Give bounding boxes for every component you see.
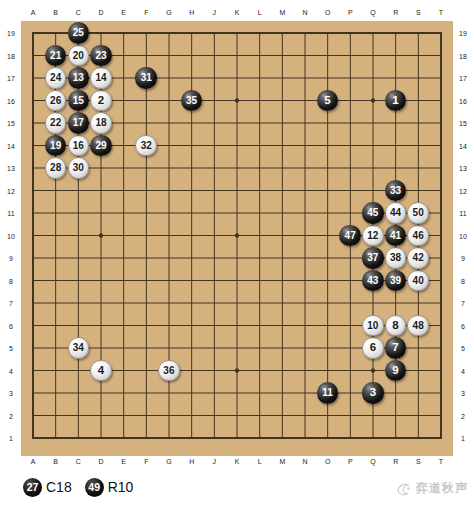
stone-white-26-B16: 26 (45, 90, 67, 112)
stone-number: 7 (392, 342, 398, 354)
stone-number: 3 (370, 387, 376, 399)
coord-label: A (31, 458, 36, 465)
coord-label: 10 (459, 232, 467, 239)
stone-number: 13 (73, 73, 84, 83)
stone-black-35-H16: 35 (181, 90, 203, 112)
yidao-logo-icon (396, 481, 413, 496)
stone-white-36-G4: 36 (158, 360, 180, 382)
stone-number: 26 (50, 96, 61, 106)
watermark-text: 弈道秋声 (416, 480, 468, 497)
stone-black-47-P10: 47 (339, 225, 361, 247)
coord-label: 13 (459, 165, 467, 172)
stone-black-1-R16: 1 (385, 90, 407, 112)
coord-label: B (53, 9, 58, 16)
coord-label: O (325, 9, 330, 16)
go-diagram: ABCDEFGHJKLMNOPQRST ABCDEFGHJKLMNOPQRST … (0, 0, 474, 507)
stone-number: 1 (392, 95, 398, 107)
coord-label: 16 (7, 97, 15, 104)
coord-label: S (416, 9, 421, 16)
stone-black-39-R8: 39 (385, 270, 407, 292)
stone-number: 37 (367, 253, 378, 263)
stone-black-45-Q11: 45 (362, 202, 384, 224)
stone-black-37-Q9: 37 (362, 247, 384, 269)
stone-white-6-Q5: 6 (362, 337, 384, 359)
stone-number: 35 (186, 96, 197, 106)
coord-label: 6 (9, 322, 13, 329)
stone-black-25-C19: 25 (68, 22, 90, 44)
stone-white-22-B15: 22 (45, 112, 67, 134)
stone-number: 41 (390, 231, 401, 241)
go-board: 1234567891011121314151617181920212223242… (21, 21, 453, 456)
coord-label: 5 (461, 345, 465, 352)
caption-stone-27: 27 (23, 478, 42, 497)
coord-label: E (121, 9, 126, 16)
stone-white-30-C13: 30 (68, 157, 90, 179)
coord-label: N (302, 9, 307, 16)
stone-number: 23 (95, 51, 106, 61)
caption-point-27: C18 (46, 479, 72, 495)
stone-number: 40 (413, 276, 424, 286)
stone-number: 20 (73, 51, 84, 61)
stone-black-33-R12: 33 (385, 180, 407, 202)
caption-stone-49: 49 (85, 478, 104, 497)
stone-number: 30 (73, 163, 84, 173)
stone-number: 42 (413, 253, 424, 263)
stone-number: 2 (98, 95, 104, 107)
coord-label: J (213, 458, 217, 465)
stone-white-44-R11: 44 (385, 202, 407, 224)
watermark: 弈道秋声 (396, 479, 468, 497)
stone-white-46-S10: 46 (407, 225, 429, 247)
coord-label: 18 (7, 52, 15, 59)
stone-white-16-C14: 16 (68, 135, 90, 157)
stone-number: 12 (367, 231, 378, 241)
coord-label: 6 (461, 322, 465, 329)
coord-label: Q (370, 458, 375, 465)
coord-label: R (393, 458, 398, 465)
coord-label: 19 (459, 30, 467, 37)
coord-label: L (258, 9, 262, 16)
coord-label: J (213, 9, 217, 16)
stone-number: 5 (324, 95, 330, 107)
coord-label: 1 (461, 435, 465, 442)
stone-black-21-B18: 21 (45, 45, 67, 67)
stone-number: 47 (345, 231, 356, 241)
coord-label: T (439, 9, 443, 16)
coord-label: 18 (459, 52, 467, 59)
coord-label: D (98, 458, 103, 465)
stone-white-8-R6: 8 (385, 315, 407, 337)
stone-number: 48 (413, 321, 424, 331)
stone-black-15-C16: 15 (68, 90, 90, 112)
stones-grid: 1234567891011121314151617181920212223242… (22, 22, 452, 450)
caption-moves: 27C1849R10 (23, 477, 142, 497)
stone-white-34-C5: 34 (68, 337, 90, 359)
stone-black-3-Q3: 3 (362, 382, 384, 404)
coord-label: 15 (459, 120, 467, 127)
coord-label: 9 (461, 255, 465, 262)
coord-label: C (76, 9, 81, 16)
stone-number: 46 (413, 231, 424, 241)
stone-number: 31 (141, 73, 152, 83)
stone-number: 19 (50, 141, 61, 151)
stone-number: 9 (392, 365, 398, 377)
stone-white-2-D16: 2 (90, 90, 112, 112)
stone-number: 14 (95, 73, 106, 83)
stone-white-4-D4: 4 (90, 360, 112, 382)
coord-label: 1 (9, 435, 13, 442)
stone-white-38-R9: 38 (385, 247, 407, 269)
coord-label: F (144, 9, 148, 16)
stone-number: 32 (141, 141, 152, 151)
stone-number: 50 (413, 208, 424, 218)
coord-label: 7 (461, 300, 465, 307)
coord-label: M (279, 9, 285, 16)
stone-number: 36 (163, 366, 174, 376)
coord-label: E (121, 458, 126, 465)
coord-label: 3 (9, 390, 13, 397)
coord-label: 4 (9, 367, 13, 374)
stone-number: 10 (367, 321, 378, 331)
coord-label: C (76, 458, 81, 465)
stone-black-9-R4: 9 (385, 360, 407, 382)
coord-label: 14 (7, 142, 15, 149)
stone-white-40-S8: 40 (407, 270, 429, 292)
coord-label: 2 (9, 412, 13, 419)
stone-number: 33 (390, 186, 401, 196)
stone-white-14-D17: 14 (90, 67, 112, 89)
stone-number: 4 (98, 365, 104, 377)
stone-black-5-O16: 5 (317, 90, 339, 112)
stone-number: 21 (50, 51, 61, 61)
coord-label: Q (370, 9, 375, 16)
stone-white-32-F14: 32 (135, 135, 157, 157)
coord-label: 5 (9, 345, 13, 352)
coord-label: 14 (459, 142, 467, 149)
stone-white-42-S9: 42 (407, 247, 429, 269)
stone-black-23-D18: 23 (90, 45, 112, 67)
stone-black-31-F17: 31 (135, 67, 157, 89)
stone-number: 6 (370, 342, 376, 354)
coord-label: 16 (459, 97, 467, 104)
stone-number: 16 (73, 141, 84, 151)
coord-label: 2 (461, 412, 465, 419)
stone-number: 39 (390, 276, 401, 286)
coord-label: F (144, 458, 148, 465)
stone-white-18-D15: 18 (90, 112, 112, 134)
stone-black-17-C15: 17 (68, 112, 90, 134)
coord-label: 17 (7, 75, 15, 82)
stone-number: 8 (392, 320, 398, 332)
coord-label: D (98, 9, 103, 16)
coord-label: 13 (7, 165, 15, 172)
coord-label: S (416, 458, 421, 465)
coord-label: M (279, 458, 285, 465)
coord-label: H (189, 9, 194, 16)
coord-label: 3 (461, 390, 465, 397)
coord-label: H (189, 458, 194, 465)
stone-number: 18 (95, 118, 106, 128)
caption-point-49: R10 (108, 479, 134, 495)
coord-label: R (393, 9, 398, 16)
stone-black-41-R10: 41 (385, 225, 407, 247)
stone-number: 15 (73, 96, 84, 106)
coord-label: P (348, 458, 353, 465)
coord-label: 11 (7, 210, 14, 217)
stone-number: 38 (390, 253, 401, 263)
stone-number: 29 (95, 141, 106, 151)
stone-white-10-Q6: 10 (362, 315, 384, 337)
coord-label: 12 (459, 187, 467, 194)
stone-number: 25 (73, 28, 84, 38)
stone-white-28-B13: 28 (45, 157, 67, 179)
coord-label: B (53, 458, 58, 465)
coord-label: G (166, 458, 171, 465)
coord-label: K (235, 458, 240, 465)
stone-white-48-S6: 48 (407, 315, 429, 337)
coord-label: O (325, 458, 330, 465)
coord-label: 9 (9, 255, 13, 262)
stone-number: 11 (322, 388, 333, 398)
coord-label: K (235, 9, 240, 16)
stone-white-20-C18: 20 (68, 45, 90, 67)
coord-label: P (348, 9, 353, 16)
coord-label: 7 (9, 300, 13, 307)
coord-label: L (258, 458, 262, 465)
coord-label: 11 (459, 210, 466, 217)
stone-black-11-O3: 11 (317, 382, 339, 404)
stone-number: 17 (73, 118, 84, 128)
stone-number: 44 (390, 208, 401, 218)
coord-label: 15 (7, 120, 15, 127)
stone-number: 22 (50, 118, 61, 128)
coord-label: 17 (459, 75, 467, 82)
stone-black-43-Q8: 43 (362, 270, 384, 292)
coord-label: N (302, 458, 307, 465)
coord-label: 8 (9, 277, 13, 284)
stone-number: 43 (367, 276, 378, 286)
stone-black-7-R5: 7 (385, 337, 407, 359)
stone-black-19-B14: 19 (45, 135, 67, 157)
stone-white-50-S11: 50 (407, 202, 429, 224)
coord-label: 4 (461, 367, 465, 374)
stone-white-24-B17: 24 (45, 67, 67, 89)
stone-black-29-D14: 29 (90, 135, 112, 157)
coord-label: G (166, 9, 171, 16)
stone-number: 24 (50, 73, 61, 83)
coord-label: A (31, 9, 36, 16)
coord-label: 8 (461, 277, 465, 284)
coord-label: 10 (7, 232, 15, 239)
stone-white-12-Q10: 12 (362, 225, 384, 247)
coord-label: 19 (7, 30, 15, 37)
stone-number: 45 (367, 208, 378, 218)
coord-label: T (439, 458, 443, 465)
stone-black-13-C17: 13 (68, 67, 90, 89)
stone-number: 28 (50, 163, 61, 173)
coord-label: 12 (7, 187, 15, 194)
stone-number: 34 (73, 343, 84, 353)
